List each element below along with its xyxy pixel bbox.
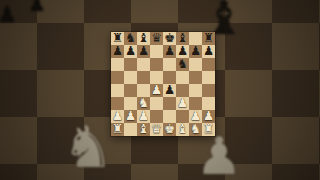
- square-h1[interactable]: ♜: [202, 123, 215, 136]
- chess-board[interactable]: ♜♞♝♛♚♝♜♟♟♟♟♟♟♟♞♟♟♞♟♟♟♟♟♟♜♝♛♚♝♞♜: [111, 32, 215, 136]
- square-e1[interactable]: ♚: [163, 123, 176, 136]
- square-d6[interactable]: [150, 58, 163, 71]
- square-a1[interactable]: ♜: [111, 123, 124, 136]
- piece-white-pawn[interactable]: ♟: [176, 96, 189, 110]
- square-h4[interactable]: [202, 84, 215, 97]
- square-c5[interactable]: [137, 71, 150, 84]
- square-c6[interactable]: [137, 58, 150, 71]
- square-a6[interactable]: [111, 58, 124, 71]
- piece-black-pawn[interactable]: ♟: [124, 44, 137, 58]
- square-d8[interactable]: ♛: [150, 32, 163, 45]
- piece-black-pawn[interactable]: ♟: [163, 83, 176, 97]
- square-b7[interactable]: ♟: [124, 45, 137, 58]
- piece-white-pawn[interactable]: ♟: [150, 83, 163, 97]
- piece-white-rook[interactable]: ♜: [202, 122, 215, 136]
- square-d4[interactable]: ♟: [150, 84, 163, 97]
- square-c1[interactable]: ♝: [137, 123, 150, 136]
- square-f6[interactable]: ♞: [176, 58, 189, 71]
- square-c7[interactable]: ♟: [137, 45, 150, 58]
- piece-white-queen[interactable]: ♛: [150, 122, 163, 136]
- square-e3[interactable]: [163, 97, 176, 110]
- square-g7[interactable]: ♟: [189, 45, 202, 58]
- square-g5[interactable]: [189, 71, 202, 84]
- piece-white-king[interactable]: ♚: [163, 122, 176, 136]
- piece-black-pawn[interactable]: ♟: [137, 44, 150, 58]
- piece-white-pawn[interactable]: ♟: [124, 109, 137, 123]
- piece-black-knight[interactable]: ♞: [176, 57, 189, 71]
- square-d3[interactable]: [150, 97, 163, 110]
- piece-black-pawn[interactable]: ♟: [202, 44, 215, 58]
- square-e7[interactable]: ♟: [163, 45, 176, 58]
- piece-black-pawn[interactable]: ♟: [163, 44, 176, 58]
- square-a5[interactable]: [111, 71, 124, 84]
- square-b1[interactable]: [124, 123, 137, 136]
- square-b6[interactable]: [124, 58, 137, 71]
- piece-white-rook[interactable]: ♜: [111, 122, 124, 136]
- square-h6[interactable]: [202, 58, 215, 71]
- piece-black-pawn[interactable]: ♟: [111, 44, 124, 58]
- square-d1[interactable]: ♛: [150, 123, 163, 136]
- piece-black-queen[interactable]: ♛: [150, 31, 163, 45]
- piece-white-bishop[interactable]: ♝: [176, 122, 189, 136]
- square-d7[interactable]: [150, 45, 163, 58]
- square-f1[interactable]: ♝: [176, 123, 189, 136]
- square-h5[interactable]: [202, 71, 215, 84]
- square-g6[interactable]: [189, 58, 202, 71]
- square-a4[interactable]: [111, 84, 124, 97]
- square-g4[interactable]: [189, 84, 202, 97]
- square-b2[interactable]: ♟: [124, 110, 137, 123]
- piece-white-knight[interactable]: ♞: [189, 122, 202, 136]
- square-b5[interactable]: [124, 71, 137, 84]
- square-f5[interactable]: [176, 71, 189, 84]
- square-f3[interactable]: ♟: [176, 97, 189, 110]
- square-g1[interactable]: ♞: [189, 123, 202, 136]
- piece-white-bishop[interactable]: ♝: [137, 122, 150, 136]
- video-frame: ♝♟♟♞♟ ♜♞♝♛♚♝♜♟♟♟♟♟♟♟♞♟♟♞♟♟♟♟♟♟♜♝♛♚♝♞♜: [0, 0, 320, 180]
- square-e4[interactable]: ♟: [163, 84, 176, 97]
- square-b4[interactable]: [124, 84, 137, 97]
- square-e6[interactable]: [163, 58, 176, 71]
- piece-black-pawn[interactable]: ♟: [189, 44, 202, 58]
- square-h7[interactable]: ♟: [202, 45, 215, 58]
- square-a7[interactable]: ♟: [111, 45, 124, 58]
